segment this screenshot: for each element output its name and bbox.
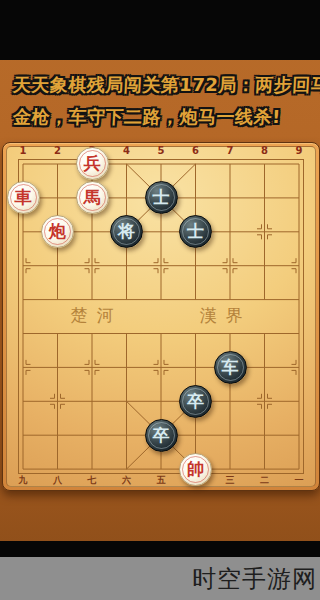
top-letterbox bbox=[0, 0, 320, 60]
watermark-bar: 时空手游网 bbox=[0, 557, 320, 600]
piece-black-advisor[interactable]: 士 bbox=[179, 215, 212, 248]
xiangqi-board[interactable]: 123456789 九八七六五四三二一 楚河 漢界 兵車馬士炮将士车卒卒帥 bbox=[2, 142, 320, 491]
puzzle-title-line2: 金枪，车守下二路，炮马一线杀! bbox=[10, 101, 308, 133]
app-screen: 天天象棋残局闯关第172局：两步回马 金枪，车守下二路，炮马一线杀! 12345… bbox=[0, 0, 320, 600]
piece-black-general[interactable]: 将 bbox=[110, 215, 143, 248]
piece-black-advisor[interactable]: 士 bbox=[145, 181, 178, 214]
piece-red-soldier[interactable]: 兵 bbox=[76, 147, 109, 180]
piece-red-chariot[interactable]: 車 bbox=[7, 181, 40, 214]
piece-black-soldier[interactable]: 卒 bbox=[179, 385, 212, 418]
watermark-text: 时空手游网 bbox=[192, 563, 320, 595]
bottom-letterbox bbox=[0, 541, 320, 557]
piece-red-general[interactable]: 帥 bbox=[179, 453, 212, 486]
piece-black-chariot[interactable]: 车 bbox=[214, 351, 247, 384]
piece-black-soldier[interactable]: 卒 bbox=[145, 419, 178, 452]
piece-red-cannon[interactable]: 炮 bbox=[41, 215, 74, 248]
puzzle-title: 天天象棋残局闯关第172局：两步回马 金枪，车守下二路，炮马一线杀! bbox=[0, 69, 320, 133]
piece-grid: 兵車馬士炮将士车卒卒帥 bbox=[6, 147, 317, 486]
piece-red-horse[interactable]: 馬 bbox=[76, 181, 109, 214]
puzzle-title-line1: 天天象棋残局闯关第172局：两步回马 bbox=[12, 69, 310, 101]
